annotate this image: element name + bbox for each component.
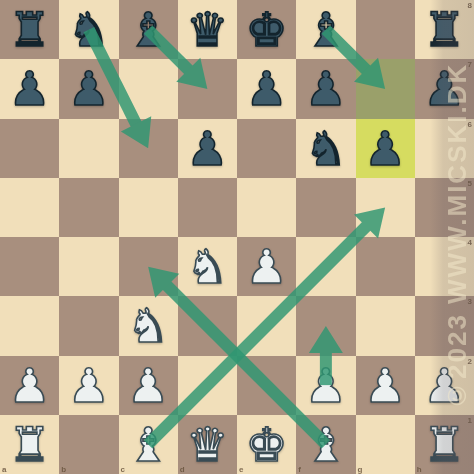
- square-f2[interactable]: ♟: [296, 356, 355, 415]
- square-c8[interactable]: ♝: [119, 0, 178, 59]
- piece-black-knight[interactable]: ♞: [59, 0, 118, 59]
- square-g4[interactable]: [356, 237, 415, 296]
- piece-black-pawn[interactable]: ♟: [356, 119, 415, 178]
- square-b4[interactable]: [59, 237, 118, 296]
- piece-black-pawn[interactable]: ♟: [178, 119, 237, 178]
- square-e4[interactable]: ♟: [237, 237, 296, 296]
- square-f3[interactable]: [296, 296, 355, 355]
- piece-black-pawn[interactable]: ♟: [59, 59, 118, 118]
- square-g7[interactable]: [356, 59, 415, 118]
- piece-white-pawn[interactable]: ♟: [356, 356, 415, 415]
- square-g6[interactable]: ♟: [356, 119, 415, 178]
- piece-white-rook[interactable]: ♜: [0, 415, 59, 474]
- square-e2[interactable]: [237, 356, 296, 415]
- rank-label-2: 2: [468, 357, 472, 366]
- square-e6[interactable]: [237, 119, 296, 178]
- square-d7[interactable]: [178, 59, 237, 118]
- file-label-c: c: [121, 465, 125, 474]
- square-b2[interactable]: ♟: [59, 356, 118, 415]
- square-d2[interactable]: [178, 356, 237, 415]
- square-g3[interactable]: [356, 296, 415, 355]
- square-a2[interactable]: ♟: [0, 356, 59, 415]
- square-c4[interactable]: [119, 237, 178, 296]
- file-label-e: e: [239, 465, 243, 474]
- square-a5[interactable]: [0, 178, 59, 237]
- rank-label-7: 7: [468, 60, 472, 69]
- square-c7[interactable]: [119, 59, 178, 118]
- square-a8[interactable]: ♜: [0, 0, 59, 59]
- square-d1[interactable]: ♛d: [178, 415, 237, 474]
- square-b6[interactable]: [59, 119, 118, 178]
- square-d6[interactable]: ♟: [178, 119, 237, 178]
- piece-white-pawn[interactable]: ♟: [119, 356, 178, 415]
- square-h6[interactable]: 6: [415, 119, 474, 178]
- square-h8[interactable]: ♜8: [415, 0, 474, 59]
- square-b1[interactable]: b: [59, 415, 118, 474]
- square-c5[interactable]: [119, 178, 178, 237]
- rank-label-3: 3: [468, 297, 472, 306]
- piece-white-knight[interactable]: ♞: [119, 296, 178, 355]
- square-a7[interactable]: ♟: [0, 59, 59, 118]
- square-b5[interactable]: [59, 178, 118, 237]
- file-label-a: a: [2, 465, 6, 474]
- piece-white-pawn[interactable]: ♟: [0, 356, 59, 415]
- square-c6[interactable]: [119, 119, 178, 178]
- square-e5[interactable]: [237, 178, 296, 237]
- rank-label-8: 8: [468, 1, 472, 10]
- square-g2[interactable]: ♟: [356, 356, 415, 415]
- square-b7[interactable]: ♟: [59, 59, 118, 118]
- square-h5[interactable]: 5: [415, 178, 474, 237]
- piece-black-pawn[interactable]: ♟: [296, 59, 355, 118]
- file-label-d: d: [180, 465, 185, 474]
- piece-white-bishop[interactable]: ♝: [296, 415, 355, 474]
- piece-black-rook[interactable]: ♜: [415, 0, 474, 59]
- square-g8[interactable]: [356, 0, 415, 59]
- chess-app: ♜♞♝♛♚♝♜8♟♟♟♟♟7♟♞♟65♞♟4♞3♟♟♟♟♟♟2♜ab♝c♛d♚e…: [0, 0, 474, 474]
- rank-label-6: 6: [468, 120, 472, 129]
- piece-black-bishop[interactable]: ♝: [296, 0, 355, 59]
- square-c3[interactable]: ♞: [119, 296, 178, 355]
- square-f6[interactable]: ♞: [296, 119, 355, 178]
- square-b3[interactable]: [59, 296, 118, 355]
- piece-white-king[interactable]: ♚: [237, 415, 296, 474]
- piece-black-king[interactable]: ♚: [237, 0, 296, 59]
- piece-black-knight[interactable]: ♞: [296, 119, 355, 178]
- square-a3[interactable]: [0, 296, 59, 355]
- square-c1[interactable]: ♝c: [119, 415, 178, 474]
- square-f4[interactable]: [296, 237, 355, 296]
- square-h7[interactable]: ♟7: [415, 59, 474, 118]
- square-f5[interactable]: [296, 178, 355, 237]
- piece-white-pawn[interactable]: ♟: [415, 356, 474, 415]
- square-a6[interactable]: [0, 119, 59, 178]
- square-e1[interactable]: ♚e: [237, 415, 296, 474]
- piece-white-pawn[interactable]: ♟: [59, 356, 118, 415]
- square-g5[interactable]: [356, 178, 415, 237]
- piece-black-pawn[interactable]: ♟: [0, 59, 59, 118]
- square-b8[interactable]: ♞: [59, 0, 118, 59]
- square-d3[interactable]: [178, 296, 237, 355]
- piece-black-queen[interactable]: ♛: [178, 0, 237, 59]
- square-f1[interactable]: ♝f: [296, 415, 355, 474]
- piece-white-knight[interactable]: ♞: [178, 237, 237, 296]
- square-h4[interactable]: 4: [415, 237, 474, 296]
- rank-label-1: 1: [468, 416, 472, 425]
- piece-black-bishop[interactable]: ♝: [119, 0, 178, 59]
- rank-label-5: 5: [468, 179, 472, 188]
- chessboard[interactable]: ♜♞♝♛♚♝♜8♟♟♟♟♟7♟♞♟65♞♟4♞3♟♟♟♟♟♟2♜ab♝c♛d♚e…: [0, 0, 474, 474]
- square-e8[interactable]: ♚: [237, 0, 296, 59]
- square-d4[interactable]: ♞: [178, 237, 237, 296]
- file-label-b: b: [61, 465, 66, 474]
- square-h3[interactable]: 3: [415, 296, 474, 355]
- piece-black-pawn[interactable]: ♟: [237, 59, 296, 118]
- square-d8[interactable]: ♛: [178, 0, 237, 59]
- square-e7[interactable]: ♟: [237, 59, 296, 118]
- file-label-g: g: [358, 465, 363, 474]
- square-g1[interactable]: g: [356, 415, 415, 474]
- piece-white-bishop[interactable]: ♝: [119, 415, 178, 474]
- square-a1[interactable]: ♜a: [0, 415, 59, 474]
- square-f8[interactable]: ♝: [296, 0, 355, 59]
- square-a4[interactable]: [0, 237, 59, 296]
- piece-white-rook[interactable]: ♜: [415, 415, 474, 474]
- piece-white-queen[interactable]: ♛: [178, 415, 237, 474]
- file-label-h: h: [417, 465, 422, 474]
- piece-black-pawn[interactable]: ♟: [415, 59, 474, 118]
- piece-white-pawn[interactable]: ♟: [296, 356, 355, 415]
- square-d5[interactable]: [178, 178, 237, 237]
- square-h2[interactable]: ♟2: [415, 356, 474, 415]
- square-e3[interactable]: [237, 296, 296, 355]
- square-c2[interactable]: ♟: [119, 356, 178, 415]
- rank-label-4: 4: [468, 238, 472, 247]
- piece-white-pawn[interactable]: ♟: [237, 237, 296, 296]
- square-h1[interactable]: ♜h1: [415, 415, 474, 474]
- piece-black-rook[interactable]: ♜: [0, 0, 59, 59]
- square-f7[interactable]: ♟: [296, 59, 355, 118]
- file-label-f: f: [298, 465, 301, 474]
